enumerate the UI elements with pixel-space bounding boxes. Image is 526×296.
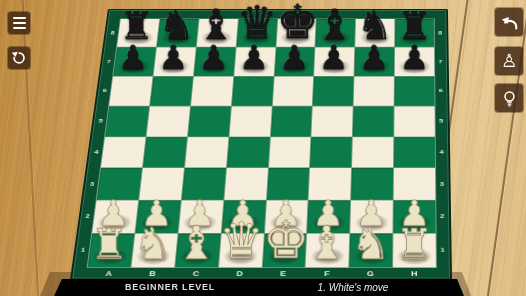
- square-e4[interactable]: [268, 137, 310, 168]
- square-h7[interactable]: ♟: [395, 47, 434, 75]
- file-label-F: F: [321, 270, 333, 278]
- square-g7[interactable]: ♟: [355, 47, 395, 75]
- square-d4[interactable]: [227, 137, 270, 168]
- rank-label-4: 4: [90, 149, 102, 155]
- file-label-H: H: [408, 270, 420, 278]
- white-bishop[interactable]: ♝: [306, 220, 349, 266]
- rank-label-8: 8: [435, 30, 446, 36]
- rank-label-7: 7: [435, 58, 446, 64]
- square-g6[interactable]: [354, 76, 394, 105]
- file-label-C: C: [190, 270, 203, 278]
- square-c6[interactable]: [191, 76, 233, 105]
- square-d7[interactable]: ♟: [234, 47, 275, 75]
- square-e1[interactable]: ♚: [262, 234, 306, 267]
- square-e6[interactable]: [272, 76, 313, 105]
- black-pawn[interactable]: ♟: [355, 41, 394, 74]
- menu-icon: [13, 17, 26, 19]
- black-pawn[interactable]: ♟: [274, 41, 313, 74]
- file-label-E: E: [277, 270, 289, 278]
- pawn-icon: ♙: [501, 52, 517, 70]
- white-rook[interactable]: ♜: [88, 224, 131, 266]
- rank-label-3: 3: [86, 180, 98, 187]
- square-h4[interactable]: [394, 137, 435, 168]
- white-knight[interactable]: ♞: [132, 222, 175, 266]
- player-mode-button[interactable]: ♙: [495, 47, 523, 75]
- rank-label-5: 5: [436, 118, 447, 124]
- move-indicator: 1. White's move: [283, 282, 423, 293]
- square-a7[interactable]: ♟: [113, 47, 156, 75]
- square-d5[interactable]: [229, 106, 271, 136]
- white-queen[interactable]: ♛: [219, 216, 262, 266]
- rank-label-3: 3: [436, 180, 448, 187]
- rank-label-5: 5: [95, 118, 107, 124]
- rotate-board-button[interactable]: [8, 47, 30, 69]
- square-b7[interactable]: ♟: [153, 47, 195, 75]
- file-label-D: D: [233, 270, 246, 278]
- white-bishop[interactable]: ♝: [175, 220, 218, 266]
- square-f4[interactable]: [310, 137, 352, 168]
- black-pawn[interactable]: ♟: [154, 41, 193, 74]
- black-pawn[interactable]: ♟: [315, 41, 354, 74]
- hint-button[interactable]: [495, 84, 523, 112]
- square-g5[interactable]: [353, 106, 394, 136]
- rank-label-4: 4: [436, 149, 447, 155]
- square-a4[interactable]: [101, 137, 145, 168]
- square-g4[interactable]: [352, 137, 393, 168]
- rank-label-2: 2: [436, 213, 448, 220]
- square-a5[interactable]: [105, 106, 149, 136]
- black-pawn[interactable]: ♟: [395, 41, 434, 74]
- file-label-A: A: [102, 270, 115, 278]
- level-label: BEGINNER LEVEL: [100, 282, 240, 292]
- square-g1[interactable]: ♞: [350, 234, 393, 267]
- square-b5[interactable]: [146, 106, 189, 136]
- square-f6[interactable]: [313, 76, 354, 105]
- file-label-G: G: [364, 270, 376, 278]
- black-pawn[interactable]: ♟: [234, 41, 273, 74]
- white-rook[interactable]: ♜: [393, 224, 436, 266]
- square-c1[interactable]: ♝: [175, 234, 220, 267]
- black-pawn[interactable]: ♟: [113, 41, 152, 74]
- square-e5[interactable]: [270, 106, 312, 136]
- square-h5[interactable]: [394, 106, 434, 136]
- square-b4[interactable]: [143, 137, 187, 168]
- rank-label-6: 6: [435, 88, 446, 94]
- square-f5[interactable]: [312, 106, 353, 136]
- lightbulb-icon: [500, 89, 519, 108]
- square-c4[interactable]: [185, 137, 228, 168]
- white-king[interactable]: ♚: [262, 214, 305, 266]
- rotate-icon: [11, 50, 27, 66]
- menu-button[interactable]: [8, 12, 30, 34]
- square-f1[interactable]: ♝: [306, 234, 350, 267]
- square-a6[interactable]: [109, 76, 152, 105]
- board-perspective: ♜♞♝♛♚♝♞♜♟♟♟♟♟♟♟♟♟♟♟♟♟♟♟♟♜♞♝♛♚♝♞♜88776655…: [0, 0, 526, 296]
- square-d6[interactable]: [232, 76, 274, 105]
- rank-label-6: 6: [99, 88, 111, 94]
- square-h6[interactable]: [395, 76, 435, 105]
- black-pawn[interactable]: ♟: [194, 41, 233, 74]
- square-b6[interactable]: [150, 76, 193, 105]
- undo-icon: [500, 13, 519, 32]
- square-c5[interactable]: [188, 106, 231, 136]
- chess-app: ♜♞♝♛♚♝♞♜♟♟♟♟♟♟♟♟♟♟♟♟♟♟♟♟♜♞♝♛♚♝♞♜88776655…: [0, 0, 526, 296]
- square-d1[interactable]: ♛: [219, 234, 264, 267]
- square-h1[interactable]: ♜: [393, 234, 436, 267]
- square-a1[interactable]: ♜: [88, 234, 135, 267]
- square-b1[interactable]: ♞: [131, 234, 177, 267]
- square-c7[interactable]: ♟: [194, 47, 236, 75]
- square-f7[interactable]: ♟: [314, 47, 354, 75]
- squares-grid: ♜♞♝♛♚♝♞♜♟♟♟♟♟♟♟♟♟♟♟♟♟♟♟♟♜♞♝♛♚♝♞♜: [88, 19, 436, 267]
- white-knight[interactable]: ♞: [350, 222, 393, 266]
- square-e7[interactable]: ♟: [274, 47, 315, 75]
- file-label-B: B: [146, 270, 159, 278]
- undo-button[interactable]: [495, 8, 523, 36]
- rank-label-1: 1: [437, 246, 449, 253]
- chess-board[interactable]: ♜♞♝♛♚♝♞♜♟♟♟♟♟♟♟♟♟♟♟♟♟♟♟♟♜♞♝♛♚♝♞♜88776655…: [70, 9, 452, 280]
